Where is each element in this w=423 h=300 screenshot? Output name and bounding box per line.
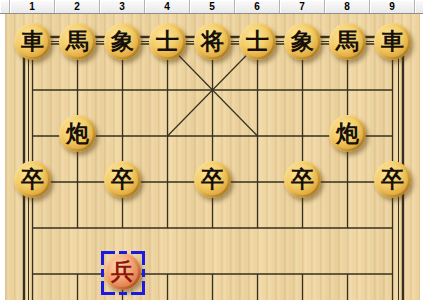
piece-glyph: 卒 [21, 167, 44, 190]
piece-black-soldier[interactable]: 卒 [194, 161, 231, 198]
piece-black-elephant[interactable]: 象 [284, 23, 321, 60]
xiangqi-board-window: 123456789 車馬象士将士象馬車炮炮卒卒卒卒卒兵 [0, 0, 423, 300]
piece-black-soldier[interactable]: 卒 [284, 161, 321, 198]
column-header-7: 7 [280, 0, 325, 13]
piece-black-advisor[interactable]: 士 [149, 23, 186, 60]
piece-glyph: 卒 [111, 167, 134, 190]
piece-glyph: 卒 [381, 167, 404, 190]
header-corner-cell [0, 0, 10, 13]
header-filler-cell [415, 0, 423, 13]
piece-black-general[interactable]: 将 [194, 23, 231, 60]
column-header-9: 9 [370, 0, 415, 13]
piece-glyph: 炮 [66, 121, 89, 144]
column-header-3: 3 [100, 0, 145, 13]
piece-glyph: 兵 [111, 259, 134, 282]
piece-glyph: 象 [291, 29, 314, 52]
piece-black-soldier[interactable]: 卒 [374, 161, 411, 198]
piece-glyph: 将 [201, 29, 224, 52]
piece-glyph: 車 [21, 29, 44, 52]
piece-black-horse[interactable]: 馬 [59, 23, 96, 60]
column-header-4: 4 [145, 0, 190, 13]
piece-glyph: 車 [381, 29, 404, 52]
piece-black-horse[interactable]: 馬 [329, 23, 366, 60]
piece-black-chariot[interactable]: 車 [14, 23, 51, 60]
piece-glyph: 士 [246, 29, 269, 52]
piece-black-soldier[interactable]: 卒 [104, 161, 141, 198]
column-header-2: 2 [55, 0, 100, 13]
column-header-8: 8 [325, 0, 370, 13]
piece-glyph: 馬 [336, 29, 359, 52]
piece-black-cannon[interactable]: 炮 [329, 115, 366, 152]
column-header-1: 1 [10, 0, 55, 13]
piece-red-soldier[interactable]: 兵 [104, 253, 141, 290]
piece-black-elephant[interactable]: 象 [104, 23, 141, 60]
piece-glyph: 馬 [66, 29, 89, 52]
piece-black-soldier[interactable]: 卒 [14, 161, 51, 198]
piece-black-chariot[interactable]: 車 [374, 23, 411, 60]
piece-glyph: 士 [156, 29, 179, 52]
piece-glyph: 炮 [336, 121, 359, 144]
piece-glyph: 卒 [201, 167, 224, 190]
column-header-bar: 123456789 [0, 0, 423, 14]
piece-black-advisor[interactable]: 士 [239, 23, 276, 60]
piece-black-cannon[interactable]: 炮 [59, 115, 96, 152]
piece-glyph: 卒 [291, 167, 314, 190]
piece-glyph: 象 [111, 29, 134, 52]
column-header-6: 6 [235, 0, 280, 13]
column-header-5: 5 [190, 0, 235, 13]
